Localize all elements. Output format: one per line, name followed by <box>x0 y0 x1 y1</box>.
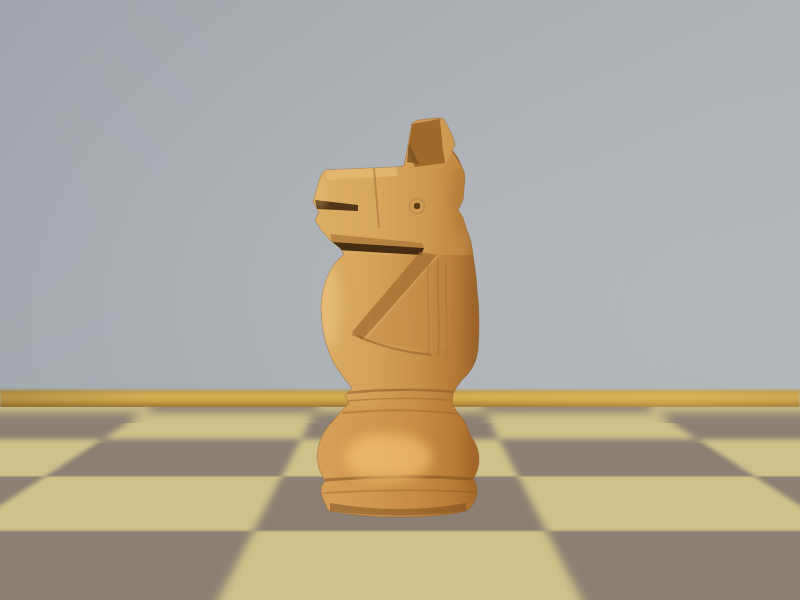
white-knight-piece <box>300 105 500 525</box>
base-rim-shade <box>466 410 486 500</box>
head-tone <box>300 105 500 255</box>
wood-grain <box>446 263 447 357</box>
photograph <box>0 0 800 600</box>
head-side-shade <box>450 165 474 235</box>
eye <box>414 203 420 209</box>
muzzle-highlight <box>315 177 325 209</box>
base-highlight <box>344 433 432 481</box>
neck-rim-shade <box>468 225 484 385</box>
